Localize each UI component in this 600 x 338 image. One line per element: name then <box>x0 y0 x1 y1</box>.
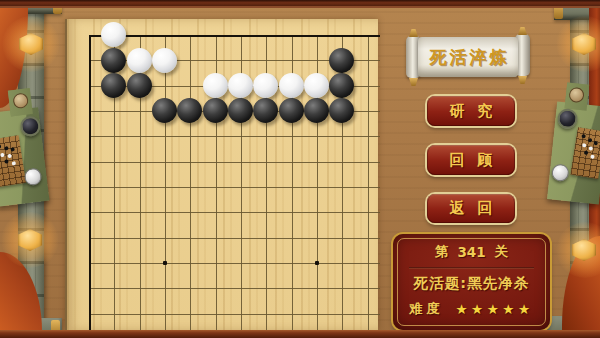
white-stone[interactable] <box>253 73 278 98</box>
back-button[interactable]: 返回 <box>427 194 515 223</box>
white-stone-bowl-icon <box>551 163 570 182</box>
goban-grid[interactable] <box>76 22 380 326</box>
white-stone[interactable] <box>127 48 152 73</box>
white-stone[interactable] <box>203 73 228 98</box>
black-stone[interactable] <box>329 48 354 73</box>
white-stone[interactable] <box>101 22 126 47</box>
page-title: 死活淬炼 <box>427 46 510 69</box>
scroll-parchment: 死活淬炼 <box>418 37 518 77</box>
black-stone[interactable] <box>177 98 202 123</box>
black-stone-bowl-icon <box>557 108 579 130</box>
level-number: 341 <box>457 244 485 260</box>
black-stone[interactable] <box>304 98 329 123</box>
black-stone[interactable] <box>279 98 304 123</box>
panel-corner-ornament <box>396 237 407 248</box>
white-stone-bowl-icon <box>24 167 43 186</box>
black-stone[interactable] <box>329 98 354 123</box>
star-point <box>163 261 167 265</box>
panel-corner-ornament <box>536 237 547 248</box>
black-stone[interactable] <box>101 73 126 98</box>
panel-divider <box>409 267 534 269</box>
level-number-row: 第 341 关 <box>405 243 538 261</box>
side-table-right-decoration <box>547 102 600 205</box>
level-info-panel: 第 341 关 死活题:黑先净杀 难度 ★★★★★ <box>393 234 550 330</box>
black-stone[interactable] <box>203 98 228 123</box>
panel-corner-ornament <box>396 316 407 327</box>
top-frame-beam <box>0 0 600 8</box>
go-board[interactable] <box>65 19 378 330</box>
bottom-frame-beam <box>0 330 600 338</box>
difficulty-row: 难度 ★★★★★ <box>405 300 538 318</box>
white-stone[interactable] <box>279 73 304 98</box>
panel-corner-ornament <box>536 316 547 327</box>
black-stone[interactable] <box>329 73 354 98</box>
white-stone[interactable] <box>152 48 177 73</box>
mini-goban-icon <box>0 135 26 187</box>
problem-description: 死活题:黑先净杀 <box>405 274 538 293</box>
black-stone[interactable] <box>228 98 253 123</box>
review-button[interactable]: 回顾 <box>427 145 515 175</box>
difficulty-stars: ★★★★★ <box>455 301 533 317</box>
study-button[interactable]: 研究 <box>427 96 515 126</box>
black-stone[interactable] <box>127 73 152 98</box>
title-scroll-banner: 死活淬炼 <box>406 30 530 84</box>
white-stone[interactable] <box>304 73 329 98</box>
difficulty-label: 难度 <box>409 300 443 318</box>
black-stone[interactable] <box>101 48 126 73</box>
app-window: 死活淬炼 研究 回顾 返回 第 341 关 死活题:黑先净杀 难度 ★★★★★ <box>0 0 600 338</box>
black-stone[interactable] <box>253 98 278 123</box>
black-stone[interactable] <box>152 98 177 123</box>
white-stone[interactable] <box>228 73 253 98</box>
star-point <box>315 261 319 265</box>
black-stone-bowl-icon <box>19 115 41 137</box>
mini-goban-icon <box>570 127 600 179</box>
